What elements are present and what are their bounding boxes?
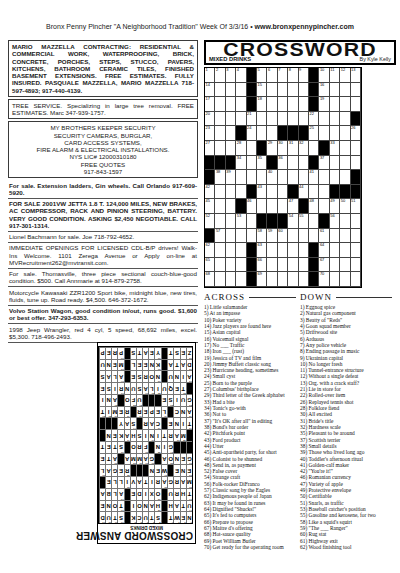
grid-cell: [215, 112, 225, 127]
answer-cell: 2E: [180, 511, 186, 523]
grid-cell: 49: [330, 199, 340, 214]
grid-cell: [330, 126, 340, 141]
answer-clue-number: 57: [183, 391, 186, 394]
black-cell: [205, 229, 215, 244]
answer-black-cell: [124, 500, 130, 512]
answer-clue-number: 13: [102, 521, 105, 524]
grid-cell: [288, 83, 298, 98]
grid-cell: 36: [278, 156, 288, 171]
grid-cell: [247, 214, 257, 229]
grid-cell: [340, 97, 350, 112]
grid-cell: [288, 112, 298, 127]
answer-cell: T: [161, 429, 167, 441]
answer-cell: Q: [167, 382, 173, 394]
answer-cell: E: [105, 441, 111, 453]
black-cell: [309, 83, 319, 98]
grid-cell: [319, 112, 329, 127]
grid-cell: 44: [299, 185, 309, 200]
answer-clue-number: 45: [189, 415, 192, 418]
answer-clue-number: 62: [189, 380, 192, 383]
clue-number: 35: [257, 156, 261, 160]
grid-cell: [226, 214, 236, 229]
answer-cell: E: [161, 394, 167, 406]
answer-clue-number: 67: [121, 368, 124, 371]
grid-cell: [299, 112, 309, 127]
grid-cell: [267, 126, 277, 141]
grid-cell: [340, 112, 350, 127]
grid-cell: [226, 243, 236, 258]
grid-cell: [267, 97, 277, 112]
grid-cell: [330, 258, 340, 273]
answer-cell: O: [136, 500, 142, 512]
answer-cell: A: [148, 417, 154, 429]
grid-cell: 58: [257, 229, 267, 244]
black-cell: [319, 141, 329, 156]
answer-cell: N: [105, 394, 111, 406]
answer-cell: 66K: [154, 359, 160, 371]
answer-cell: Y: [117, 417, 123, 429]
answer-cell: 31M: [136, 453, 142, 465]
answer-black-cell: [124, 347, 130, 359]
grid-cell: [330, 112, 340, 127]
header-website: www.bronxpennypincher.com: [255, 23, 354, 30]
black-cell: [309, 97, 319, 112]
across-header-rule: [249, 297, 296, 298]
answer-cell: E: [105, 476, 111, 488]
answer-cell: 69Y: [154, 347, 160, 359]
clue-number: 33: [330, 141, 334, 145]
answer-black-cell: [186, 382, 192, 394]
clue-number: 60: [278, 229, 282, 233]
clue-number: 44: [299, 185, 303, 189]
answer-cell: A: [142, 347, 148, 359]
clue-number: 52: [206, 214, 210, 218]
grid-cell: 14: [205, 83, 215, 98]
answer-cell: B: [105, 488, 111, 500]
answer-cell: I: [111, 382, 117, 394]
clue-number: 1: [206, 68, 208, 72]
answer-clue-number: 47: [139, 415, 142, 418]
answer-black-cell: [154, 453, 160, 465]
grid-cell: 26: [351, 126, 361, 141]
answer-cell: 65D: [186, 359, 192, 371]
black-cell: [309, 156, 319, 171]
answer-cell: R: [167, 429, 173, 441]
clue-number: 61: [320, 229, 324, 233]
grid-cell: 54: [288, 214, 298, 229]
answer-black-cell: [186, 441, 192, 453]
answer-cell: 22I: [124, 476, 130, 488]
answer-clue-number: 6: [153, 521, 154, 524]
grid-cell: 27: [205, 141, 215, 156]
grid-cell: [247, 141, 257, 156]
crossword-theme: MIXED DRINKS: [209, 56, 251, 62]
answer-cell: 25R: [124, 464, 130, 476]
grid-cell: [236, 112, 246, 127]
answer-black-cell: [117, 453, 123, 465]
answer-cell: 21A: [161, 476, 167, 488]
answer-cell: 24W: [161, 464, 167, 476]
black-cell: [247, 83, 257, 98]
grid-cell: [215, 97, 225, 112]
answer-black-cell: [142, 464, 148, 476]
grid-cell: [351, 272, 361, 287]
grid-cell: [330, 156, 340, 171]
grid-cell: [319, 126, 329, 141]
grid-cell: [257, 170, 267, 185]
clue-number: 49: [330, 199, 334, 203]
across-header: ACROSS: [204, 292, 300, 302]
grid-cell: 28: [236, 141, 246, 156]
answer-black-cell: [99, 429, 105, 441]
grid-cell: [299, 170, 309, 185]
answer-cell: E: [111, 429, 117, 441]
grid-cell: 52: [205, 214, 215, 229]
answer-cell: A: [124, 417, 130, 429]
clue-number: 70: [320, 272, 324, 276]
answer-clue-number: 61: [121, 391, 124, 394]
grid-cell: 48: [309, 199, 319, 214]
clue-number: 22: [309, 112, 313, 116]
answer-black-cell: [161, 359, 167, 371]
answer-cell: E: [148, 347, 154, 359]
answer-clue-number: 37: [121, 450, 124, 453]
clue-number: 21: [247, 112, 251, 116]
clue-number: 30: [278, 141, 282, 145]
clue-number: 42: [206, 185, 210, 189]
grid-cell: [236, 243, 246, 258]
classified-ad: TREE SERVICE. Specializing in large tree…: [8, 99, 198, 120]
answer-cell: L: [117, 476, 123, 488]
answer-black-cell: [105, 417, 111, 429]
answer-cell: H: [130, 429, 136, 441]
answer-cell: 58I: [154, 382, 160, 394]
answer-clue-number: 34: [170, 450, 173, 453]
clue-number: 32: [299, 141, 303, 145]
answer-cell: 27G: [186, 453, 192, 465]
answer-clue-number: 59: [152, 391, 155, 394]
answer-black-cell: [136, 464, 142, 476]
answer-cell: G: [167, 476, 173, 488]
answer-cell: E: [136, 359, 142, 371]
down-header-rule: [336, 297, 392, 298]
answer-black-cell: [173, 441, 179, 453]
header-text: Bronx Penny Pincher "A Neighborhood Trad…: [46, 23, 254, 30]
clue-number: 37: [320, 156, 324, 160]
answer-cell: R: [173, 488, 179, 500]
grid-cell: [226, 126, 236, 141]
grid-cell: [330, 97, 340, 112]
grid-cell: [257, 126, 267, 141]
answer-cell: I: [180, 417, 186, 429]
clue-number: 12: [341, 68, 345, 72]
answer-cell: H: [180, 488, 186, 500]
answer-cell: L: [111, 488, 117, 500]
answer-clue-number: 38: [183, 438, 186, 441]
crossword-grid: 1234567891011121314151617181920212223242…: [204, 67, 362, 288]
clue-number: 4: [237, 68, 239, 72]
grid-cell: [299, 229, 309, 244]
answer-cell: T: [105, 453, 111, 465]
grid-cell: [247, 156, 257, 171]
grid-cell: [340, 214, 350, 229]
answer-clue-number: 58: [158, 391, 161, 394]
grid-cell: [236, 229, 246, 244]
answer-cell: R: [142, 417, 148, 429]
clue-number: 66: [257, 258, 261, 262]
grid-cell: 7: [278, 68, 288, 83]
across-clues: 1) Little salamander5) At an impasse10) …: [204, 304, 300, 550]
answer-clue-number: 39: [177, 438, 180, 441]
grid-cell: [340, 170, 350, 185]
grid-cell: 69: [257, 272, 267, 287]
answer-cell: A: [180, 476, 186, 488]
grid-cell: 25: [309, 126, 319, 141]
grid-cell: 30: [278, 141, 288, 156]
grid-cell: [215, 243, 225, 258]
clue-number: 62: [206, 243, 210, 247]
grid-cell: [226, 112, 236, 127]
grid-cell: [319, 185, 329, 200]
answer-cell: 44S: [130, 417, 136, 429]
grid-cell: 3: [226, 68, 236, 83]
grid-cell: 46: [247, 199, 257, 214]
answer-cell: A: [148, 500, 154, 512]
answer-cell: I: [142, 429, 148, 441]
answer-cell: E: [111, 359, 117, 371]
answer-cell: 19A: [117, 488, 123, 500]
grid-cell: [309, 141, 319, 156]
answer-black-cell: [117, 394, 123, 406]
answer-cell: 17T: [186, 488, 192, 500]
answer-cell: 55F: [130, 394, 136, 406]
clue-number: 6: [268, 68, 270, 72]
grid-cell: [299, 156, 309, 171]
answer-black-cell: [124, 488, 130, 500]
answer-cell: S: [99, 370, 105, 382]
answer-cell: 56A: [111, 394, 117, 406]
grid-cell: [288, 229, 298, 244]
grid-cell: [236, 258, 246, 273]
grid-cell: 70: [319, 272, 329, 287]
answer-cell: L: [130, 359, 136, 371]
grid-cell: [319, 199, 329, 214]
clue-number: 57: [216, 229, 220, 233]
answer-clue-number: 5: [159, 521, 160, 524]
answer-cell: 1N: [186, 511, 192, 523]
classified-ad: For sale. Extension ladders, Gin wheels.…: [8, 180, 198, 199]
answer-clue-number: 63: [158, 380, 161, 383]
answer-clue-number: 69: [158, 356, 161, 359]
answer-cell: C: [173, 406, 179, 418]
clue-number: 19: [320, 97, 324, 101]
black-cell: [278, 214, 288, 229]
grid-cell: 21: [247, 112, 257, 127]
answer-cell: 10S: [117, 511, 123, 523]
answer-cell: 63N: [154, 370, 160, 382]
black-cell: [247, 243, 257, 258]
grid-cell: 41: [309, 170, 319, 185]
grid-cell: [330, 243, 340, 258]
answer-cell: S: [136, 370, 142, 382]
answer-cell: T: [180, 500, 186, 512]
clue-number: 24: [247, 126, 251, 130]
grid-cell: [215, 272, 225, 287]
grid-cell: [215, 258, 225, 273]
answer-black-cell: [167, 464, 173, 476]
grid-cell: 12: [340, 68, 350, 83]
black-cell: [288, 126, 298, 141]
grid-cell: [226, 185, 236, 200]
crossword-title-box: CROSSWORD MIXED DRINKS By Kyle Kelly: [204, 40, 396, 65]
answer-cell: I: [99, 394, 105, 406]
black-cell: [205, 170, 215, 185]
answer-black-cell: [180, 441, 186, 453]
answer-cell: 33A: [111, 453, 117, 465]
answer-clue-number: 66: [158, 368, 161, 371]
black-cell: [226, 156, 236, 171]
black-cell: [236, 126, 246, 141]
classified-ad: Motorcycle Kawasaki ZZR1200 Sport bike, …: [8, 287, 198, 306]
grid-cell: 6: [267, 68, 277, 83]
black-cell: [247, 97, 257, 112]
grid-cell: [340, 243, 350, 258]
classified-ad: Lionel Bachmann for sale. Joe 718-792-46…: [8, 232, 198, 243]
grid-cell: [288, 97, 298, 112]
clue-number: 14: [206, 83, 210, 87]
classified-ad: MARIO MAZZELLA CONTRACTING: RESIDENTIAL …: [8, 40, 198, 97]
grid-cell: 42: [205, 185, 215, 200]
grid-cell: 10: [319, 68, 329, 83]
answer-cell: E: [167, 417, 173, 429]
answer-clue-number: 41: [127, 438, 130, 441]
grid-cell: 17: [205, 97, 215, 112]
grid-cell: [288, 156, 298, 171]
grid-cell: [278, 170, 288, 185]
answer-cell: S: [136, 382, 142, 394]
answer-cell: 64A: [117, 370, 123, 382]
answer-cell: E: [180, 347, 186, 359]
grid-cell: [278, 185, 288, 200]
answer-grid: 1N2E3W4T5S6T7U8C9K10S11T12U13D14UTAH15HA…: [98, 346, 193, 524]
grid-cell: 68: [205, 272, 215, 287]
answer-clue-number: 43: [158, 427, 161, 430]
answer-cell: 49M: [111, 406, 117, 418]
answer-cell: A: [173, 500, 179, 512]
answer-cell: 5S: [154, 511, 160, 523]
answer-cell: N: [148, 464, 154, 476]
clue-number: 36: [278, 156, 282, 160]
crossword-panel: CROSSWORD MIXED DRINKS By Kyle Kelly 123…: [204, 40, 396, 550]
answer-clue-number: 32: [133, 462, 136, 465]
answer-cell: N: [180, 464, 186, 476]
grid-cell: [267, 243, 277, 258]
answer-clue-number: 56: [115, 403, 118, 406]
answer-cell: A: [167, 359, 173, 371]
clue-number: 48: [309, 199, 313, 203]
answer-black-cell: [161, 511, 167, 523]
answer-clue-number: 64: [121, 380, 124, 383]
answer-cell: T: [167, 347, 173, 359]
grid-cell: [226, 272, 236, 287]
clue-number: 41: [309, 170, 313, 174]
grid-cell: [340, 156, 350, 171]
grid-cell: 9: [299, 68, 309, 83]
grid-cell: 15: [257, 83, 267, 98]
answer-cell: 47R: [136, 406, 142, 418]
grid-cell: [278, 243, 288, 258]
clue-number: 68: [206, 272, 210, 276]
grid-cell: [267, 258, 277, 273]
grid-cell: 13: [351, 68, 361, 83]
answer-cell: 35N: [154, 441, 160, 453]
answer-clue-number: 36: [145, 450, 148, 453]
answer-cell: S: [136, 429, 142, 441]
grid-cell: [309, 185, 319, 200]
answer-clue-number: 30: [145, 462, 148, 465]
answer-clue-number: 9: [135, 521, 136, 524]
answer-clue-number: 29: [152, 462, 155, 465]
answer-cell: N: [124, 382, 130, 394]
clue-number: 3: [226, 68, 228, 72]
answer-cell: E: [117, 406, 123, 418]
clue-number: 20: [206, 112, 210, 116]
grid-cell: [340, 83, 350, 98]
answer-cell: 62A: [186, 370, 192, 382]
grid-cell: [351, 141, 361, 156]
answer-black-cell: [161, 370, 167, 382]
grid-cell: [278, 258, 288, 273]
grid-cell: 50: [340, 199, 350, 214]
grid-cell: [267, 199, 277, 214]
clue-number: 51: [351, 199, 355, 203]
grid-cell: 5: [257, 68, 267, 83]
black-cell: [351, 112, 361, 127]
clue-number: 40: [268, 170, 272, 174]
grid-cell: [226, 199, 236, 214]
answer-cell: 42T: [186, 417, 192, 429]
grid-cell: 35: [257, 156, 267, 171]
grid-cell: [278, 112, 288, 127]
answer-cell: U: [180, 394, 186, 406]
black-cell: [340, 185, 350, 200]
grid-cell: 43: [257, 185, 267, 200]
answer-clue-number: 35: [158, 450, 161, 453]
clue-number: 23: [206, 126, 210, 130]
grid-cell: 34: [236, 156, 246, 171]
clue-number: 26: [351, 126, 355, 130]
grid-cell: [351, 156, 361, 171]
answer-cell: 3W: [173, 511, 179, 523]
black-cell: [278, 126, 288, 141]
answer-cell: K: [117, 429, 123, 441]
across-clue: 29) Third letter of the Greek alphabet: [204, 392, 296, 398]
black-cell: [309, 258, 319, 273]
black-cell: [257, 214, 267, 229]
answer-black-cell: [99, 476, 105, 488]
black-cell: [319, 214, 329, 229]
answer-cell: E: [154, 406, 160, 418]
answer-cell: 52G: [186, 394, 192, 406]
grid-cell: 51: [351, 199, 361, 214]
grid-cell: [267, 272, 277, 287]
answer-panel: CROSSWORD ANSWER MIXED DRINKS 1N2E3W4T5S…: [97, 342, 196, 544]
answer-clue-number: 49: [115, 415, 118, 418]
black-cell: [309, 243, 319, 258]
answer-cell: N: [180, 406, 186, 418]
answer-clue-number: 2: [184, 521, 185, 524]
grid-cell: [351, 229, 361, 244]
